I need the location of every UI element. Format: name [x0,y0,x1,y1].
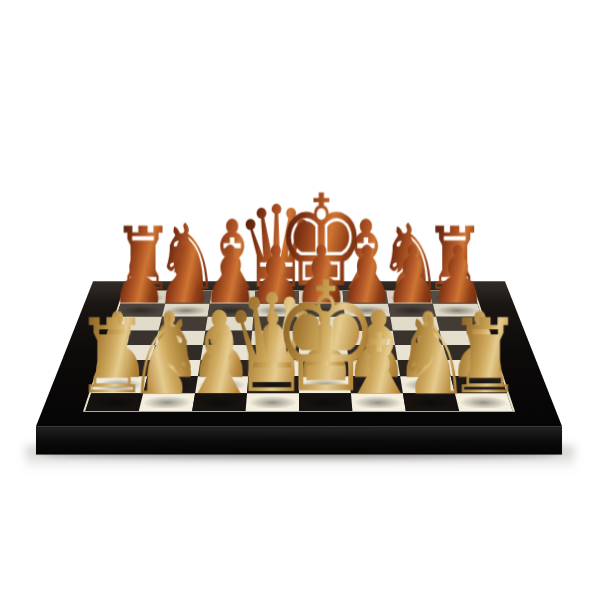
chess-board: ♜♞♝♛♚♝♞♜♟♟♟♟♟♟♟♟♟♟♟♟♟♟♟♟♜♞♝♛♚♝♞♜ [36,281,562,426]
square-e1: ♚ [299,393,352,411]
board-squares: ♜♞♝♛♚♝♞♜♟♟♟♟♟♟♟♟♟♟♟♟♟♟♟♟♜♞♝♛♚♝♞♜ [83,291,515,412]
king-glyph: ♚ [271,261,380,413]
white-king-e1: ♚ [243,261,408,413]
board-front-edge [36,426,562,454]
chess-set-photo: ♜♞♝♛♚♝♞♜♟♟♟♟♟♟♟♟♟♟♟♟♟♟♟♟♜♞♝♛♚♝♞♜ [0,0,600,600]
